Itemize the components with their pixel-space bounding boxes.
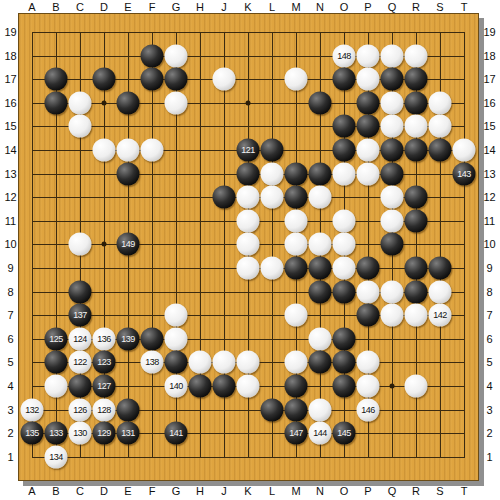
black-stone-T13[interactable]: 143 — [453, 162, 476, 185]
white-stone-P13[interactable] — [357, 162, 380, 185]
black-stone-G2[interactable]: 141 — [165, 422, 188, 445]
white-stone-P5[interactable] — [357, 351, 380, 374]
black-stone-Q17[interactable] — [381, 68, 404, 91]
column-label-top-R: R — [412, 1, 420, 13]
white-stone-M10[interactable] — [285, 233, 308, 256]
black-stone-R9[interactable] — [405, 257, 428, 280]
black-stone-E2[interactable]: 131 — [117, 422, 140, 445]
black-stone-O17[interactable] — [333, 68, 356, 91]
black-stone-B6[interactable]: 125 — [45, 327, 68, 350]
row-label-right-5: 5 — [486, 356, 492, 368]
column-label-top-L: L — [269, 1, 275, 13]
black-stone-F18[interactable] — [141, 44, 164, 67]
black-stone-Q14[interactable] — [381, 139, 404, 162]
column-label-top-C: C — [76, 1, 84, 13]
black-stone-M3[interactable] — [285, 398, 308, 421]
white-stone-G18[interactable] — [165, 44, 188, 67]
white-stone-M17[interactable] — [285, 68, 308, 91]
black-stone-R8[interactable] — [405, 280, 428, 303]
column-label-bottom-J: J — [221, 485, 227, 497]
black-stone-P16[interactable] — [357, 91, 380, 114]
black-stone-S14[interactable] — [429, 139, 452, 162]
row-label-right-13: 13 — [483, 168, 495, 180]
white-stone-N3[interactable] — [309, 398, 332, 421]
black-stone-O4[interactable] — [333, 375, 356, 398]
column-label-top-K: K — [244, 1, 251, 13]
white-stone-S15[interactable] — [429, 115, 452, 138]
black-stone-D5[interactable]: 123 — [93, 351, 116, 374]
row-label-left-6: 6 — [7, 333, 13, 345]
row-label-left-15: 15 — [4, 120, 16, 132]
column-label-top-S: S — [436, 1, 443, 13]
black-stone-N5[interactable] — [309, 351, 332, 374]
move-number: 145 — [337, 429, 351, 438]
column-label-top-G: G — [172, 1, 181, 13]
row-label-left-5: 5 — [7, 356, 13, 368]
black-stone-G17[interactable] — [165, 68, 188, 91]
white-stone-G4[interactable]: 140 — [165, 375, 188, 398]
white-stone-L9[interactable] — [261, 257, 284, 280]
column-label-bottom-N: N — [316, 485, 324, 497]
move-number: 125 — [49, 334, 63, 343]
white-stone-O11[interactable] — [333, 209, 356, 232]
white-stone-N12[interactable] — [309, 186, 332, 209]
row-label-left-14: 14 — [4, 144, 16, 156]
white-stone-F14[interactable] — [141, 139, 164, 162]
white-stone-B1[interactable]: 134 — [45, 445, 68, 468]
move-number: 147 — [289, 429, 303, 438]
move-number: 139 — [121, 334, 135, 343]
white-stone-K9[interactable] — [237, 257, 260, 280]
column-label-top-P: P — [364, 1, 371, 13]
black-stone-B5[interactable] — [45, 351, 68, 374]
column-label-bottom-E: E — [124, 485, 131, 497]
white-stone-P4[interactable] — [357, 375, 380, 398]
black-stone-G5[interactable] — [165, 351, 188, 374]
black-stone-M13[interactable] — [285, 162, 308, 185]
black-stone-M12[interactable] — [285, 186, 308, 209]
white-stone-R18[interactable] — [405, 44, 428, 67]
move-number: 136 — [97, 334, 111, 343]
row-label-right-19: 19 — [483, 26, 495, 38]
column-label-top-A: A — [28, 1, 35, 13]
black-stone-M9[interactable] — [285, 257, 308, 280]
black-stone-N9[interactable] — [309, 257, 332, 280]
white-stone-Q11[interactable] — [381, 209, 404, 232]
black-stone-L3[interactable] — [261, 398, 284, 421]
black-stone-E3[interactable] — [117, 398, 140, 421]
row-label-left-4: 4 — [7, 380, 13, 392]
white-stone-C5[interactable]: 122 — [69, 351, 92, 374]
black-stone-J12[interactable] — [213, 186, 236, 209]
row-label-left-9: 9 — [7, 262, 13, 274]
white-stone-Q7[interactable] — [381, 304, 404, 327]
black-stone-R12[interactable] — [405, 186, 428, 209]
column-label-bottom-D: D — [100, 485, 108, 497]
black-stone-H4[interactable] — [189, 375, 212, 398]
row-label-right-2: 2 — [486, 427, 492, 439]
white-stone-C15[interactable] — [69, 115, 92, 138]
black-stone-L14[interactable] — [261, 139, 284, 162]
grid-line-vertical — [272, 32, 273, 458]
move-number: 128 — [97, 405, 111, 414]
white-stone-K12[interactable] — [237, 186, 260, 209]
black-stone-E10[interactable]: 149 — [117, 233, 140, 256]
white-stone-Q15[interactable] — [381, 115, 404, 138]
white-stone-Q16[interactable] — [381, 91, 404, 114]
column-label-bottom-P: P — [364, 485, 371, 497]
black-stone-E13[interactable] — [117, 162, 140, 185]
white-stone-N6[interactable] — [309, 327, 332, 350]
move-number: 132 — [25, 405, 39, 414]
black-stone-O8[interactable] — [333, 280, 356, 303]
move-number: 134 — [49, 452, 63, 461]
move-number: 138 — [145, 358, 159, 367]
row-label-right-4: 4 — [486, 380, 492, 392]
white-stone-O18[interactable]: 148 — [333, 44, 356, 67]
row-label-right-10: 10 — [483, 238, 495, 250]
white-stone-T14[interactable] — [453, 139, 476, 162]
go-game-screenshot: AABBCCDDEEFFGGHHJJKKLLMMNNOOPPQQRRSSTT19… — [0, 0, 500, 500]
white-stone-H5[interactable] — [189, 351, 212, 374]
move-number: 141 — [169, 429, 183, 438]
white-stone-M11[interactable] — [285, 209, 308, 232]
column-label-bottom-K: K — [244, 485, 251, 497]
column-label-top-B: B — [52, 1, 59, 13]
move-number: 124 — [73, 334, 87, 343]
move-number: 127 — [97, 382, 111, 391]
white-stone-J5[interactable] — [213, 351, 236, 374]
column-label-top-D: D — [100, 1, 108, 13]
column-label-top-J: J — [221, 1, 227, 13]
black-stone-O6[interactable] — [333, 327, 356, 350]
black-stone-Q10[interactable] — [381, 233, 404, 256]
white-stone-C10[interactable] — [69, 233, 92, 256]
white-stone-K4[interactable] — [237, 375, 260, 398]
white-stone-P17[interactable] — [357, 68, 380, 91]
white-stone-R4[interactable] — [405, 375, 428, 398]
move-number: 140 — [169, 382, 183, 391]
white-stone-O13[interactable] — [333, 162, 356, 185]
white-stone-G7[interactable] — [165, 304, 188, 327]
row-label-left-2: 2 — [7, 427, 13, 439]
column-label-bottom-G: G — [172, 485, 181, 497]
row-label-left-10: 10 — [4, 238, 16, 250]
column-label-bottom-T: T — [461, 485, 468, 497]
row-label-right-9: 9 — [486, 262, 492, 274]
move-number: 131 — [121, 429, 135, 438]
white-stone-C16[interactable] — [69, 91, 92, 114]
row-label-right-7: 7 — [486, 309, 492, 321]
move-number: 146 — [361, 405, 375, 414]
move-number: 126 — [73, 405, 87, 414]
move-number: 137 — [73, 311, 87, 320]
grid-line-vertical — [464, 32, 465, 458]
white-stone-O10[interactable] — [333, 233, 356, 256]
move-number: 148 — [337, 51, 351, 60]
column-label-bottom-B: B — [52, 485, 59, 497]
row-label-left-13: 13 — [4, 168, 16, 180]
column-label-bottom-C: C — [76, 485, 84, 497]
white-stone-F5[interactable]: 138 — [141, 351, 164, 374]
column-label-top-T: T — [461, 1, 468, 13]
white-stone-C2[interactable]: 130 — [69, 422, 92, 445]
black-stone-Q13[interactable] — [381, 162, 404, 185]
black-stone-P15[interactable] — [357, 115, 380, 138]
white-stone-A3[interactable]: 132 — [21, 398, 44, 421]
white-stone-D6[interactable]: 136 — [93, 327, 116, 350]
black-stone-A2[interactable]: 135 — [21, 422, 44, 445]
column-label-bottom-O: O — [340, 485, 349, 497]
move-number: 130 — [73, 429, 87, 438]
row-label-left-19: 19 — [4, 26, 16, 38]
white-stone-P14[interactable] — [357, 139, 380, 162]
column-label-bottom-A: A — [28, 485, 35, 497]
black-stone-D17[interactable] — [93, 68, 116, 91]
row-label-left-18: 18 — [4, 50, 16, 62]
white-stone-R15[interactable] — [405, 115, 428, 138]
column-label-top-F: F — [149, 1, 156, 13]
row-label-right-12: 12 — [483, 191, 495, 203]
black-stone-O2[interactable]: 145 — [333, 422, 356, 445]
white-stone-E14[interactable] — [117, 139, 140, 162]
column-label-bottom-L: L — [269, 485, 275, 497]
black-stone-M4[interactable] — [285, 375, 308, 398]
row-label-left-11: 11 — [5, 215, 16, 227]
white-stone-C6[interactable]: 124 — [69, 327, 92, 350]
white-stone-S7[interactable]: 142 — [429, 304, 452, 327]
black-stone-N16[interactable] — [309, 91, 332, 114]
column-label-bottom-Q: Q — [388, 485, 397, 497]
row-label-right-3: 3 — [486, 404, 492, 416]
white-stone-G16[interactable] — [165, 91, 188, 114]
black-stone-D4[interactable]: 127 — [93, 375, 116, 398]
row-label-right-6: 6 — [486, 333, 492, 345]
column-label-bottom-H: H — [196, 485, 204, 497]
column-label-bottom-S: S — [436, 485, 443, 497]
star-point-K16 — [246, 100, 251, 105]
black-stone-K13[interactable] — [237, 162, 260, 185]
white-stone-P18[interactable] — [357, 44, 380, 67]
row-label-right-1: 1 — [486, 451, 492, 463]
row-label-right-17: 17 — [483, 73, 495, 85]
column-label-top-H: H — [196, 1, 204, 13]
row-label-left-3: 3 — [7, 404, 13, 416]
white-stone-D3[interactable]: 128 — [93, 398, 116, 421]
row-label-right-11: 11 — [484, 215, 495, 227]
black-stone-O15[interactable] — [333, 115, 356, 138]
black-stone-P7[interactable] — [357, 304, 380, 327]
row-label-left-1: 1 — [7, 451, 13, 463]
move-number: 123 — [97, 358, 111, 367]
white-stone-G6[interactable] — [165, 327, 188, 350]
white-stone-L12[interactable] — [261, 186, 284, 209]
black-stone-K14[interactable]: 121 — [237, 139, 260, 162]
black-stone-F17[interactable] — [141, 68, 164, 91]
black-stone-D2[interactable]: 129 — [93, 422, 116, 445]
black-stone-P9[interactable] — [357, 257, 380, 280]
black-stone-N13[interactable] — [309, 162, 332, 185]
white-stone-K5[interactable] — [237, 351, 260, 374]
column-label-bottom-R: R — [412, 485, 420, 497]
black-stone-E16[interactable] — [117, 91, 140, 114]
black-stone-E6[interactable]: 139 — [117, 327, 140, 350]
white-stone-C3[interactable]: 126 — [69, 398, 92, 421]
white-stone-B4[interactable] — [45, 375, 68, 398]
row-label-left-12: 12 — [4, 191, 16, 203]
black-stone-B17[interactable] — [45, 68, 68, 91]
black-stone-R11[interactable] — [405, 209, 428, 232]
row-label-right-15: 15 — [483, 120, 495, 132]
white-stone-S16[interactable] — [429, 91, 452, 114]
white-stone-D14[interactable] — [93, 139, 116, 162]
row-label-right-14: 14 — [483, 144, 495, 156]
move-number: 142 — [433, 311, 447, 320]
column-label-bottom-M: M — [291, 485, 300, 497]
row-label-right-16: 16 — [483, 97, 495, 109]
white-stone-Q12[interactable] — [381, 186, 404, 209]
white-stone-M7[interactable] — [285, 304, 308, 327]
white-stone-Q18[interactable] — [381, 44, 404, 67]
black-stone-F6[interactable] — [141, 327, 164, 350]
white-stone-N10[interactable] — [309, 233, 332, 256]
move-number: 129 — [97, 429, 111, 438]
move-number: 133 — [49, 429, 63, 438]
black-stone-J4[interactable] — [213, 375, 236, 398]
star-point-Q4 — [390, 384, 395, 389]
black-stone-R14[interactable] — [405, 139, 428, 162]
column-label-top-E: E — [124, 1, 131, 13]
black-stone-R17[interactable] — [405, 68, 428, 91]
white-stone-O9[interactable] — [333, 257, 356, 280]
row-label-right-18: 18 — [483, 50, 495, 62]
column-label-top-O: O — [340, 1, 349, 13]
white-stone-L13[interactable] — [261, 162, 284, 185]
white-stone-J17[interactable] — [213, 68, 236, 91]
move-number: 144 — [313, 429, 327, 438]
move-number: 122 — [73, 358, 87, 367]
black-stone-O5[interactable] — [333, 351, 356, 374]
white-stone-P3[interactable]: 146 — [357, 398, 380, 421]
black-stone-C7[interactable]: 137 — [69, 304, 92, 327]
white-stone-N2[interactable]: 144 — [309, 422, 332, 445]
white-stone-R7[interactable] — [405, 304, 428, 327]
move-number: 143 — [457, 169, 471, 178]
white-stone-Q8[interactable] — [381, 280, 404, 303]
black-stone-B2[interactable]: 133 — [45, 422, 68, 445]
star-point-D10 — [102, 242, 107, 247]
column-label-top-N: N — [316, 1, 324, 13]
white-stone-S8[interactable] — [429, 280, 452, 303]
column-label-top-M: M — [291, 1, 300, 13]
black-stone-C8[interactable] — [69, 280, 92, 303]
white-stone-P8[interactable] — [357, 280, 380, 303]
black-stone-B16[interactable] — [45, 91, 68, 114]
row-label-left-8: 8 — [7, 286, 13, 298]
grid-line-horizontal — [32, 457, 465, 458]
column-label-bottom-F: F — [149, 485, 156, 497]
black-stone-O14[interactable] — [333, 139, 356, 162]
column-label-top-Q: Q — [388, 1, 397, 13]
black-stone-R16[interactable] — [405, 91, 428, 114]
black-stone-S9[interactable] — [429, 257, 452, 280]
black-stone-C4[interactable] — [69, 375, 92, 398]
white-stone-K10[interactable] — [237, 233, 260, 256]
black-stone-N8[interactable] — [309, 280, 332, 303]
white-stone-K11[interactable] — [237, 209, 260, 232]
move-number: 149 — [121, 240, 135, 249]
move-number: 121 — [241, 146, 255, 155]
white-stone-M5[interactable] — [285, 351, 308, 374]
star-point-D16 — [102, 100, 107, 105]
move-number: 135 — [25, 429, 39, 438]
row-label-left-16: 16 — [4, 97, 16, 109]
row-label-left-7: 7 — [7, 309, 13, 321]
black-stone-M2[interactable]: 147 — [285, 422, 308, 445]
row-label-right-8: 8 — [486, 286, 492, 298]
row-label-left-17: 17 — [4, 73, 16, 85]
